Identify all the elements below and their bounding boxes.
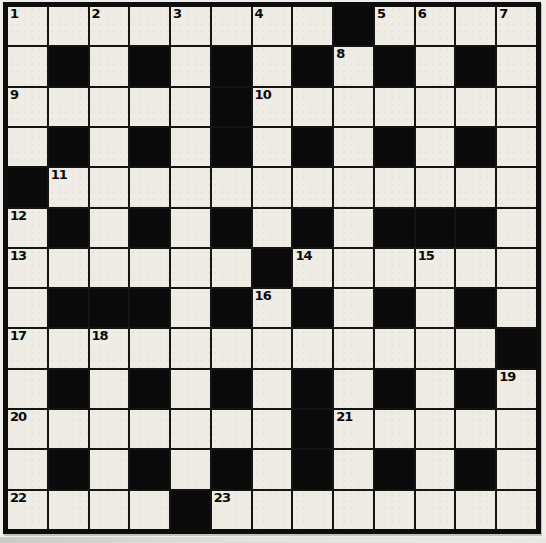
block-cell-r11c5 — [212, 450, 251, 488]
clue-number-20: 20 — [10, 410, 26, 424]
clue-number-10: 10 — [255, 88, 271, 102]
cell-r6c8[interactable] — [334, 249, 373, 287]
clue-number-23: 23 — [214, 491, 230, 505]
cell-r2c8[interactable] — [334, 88, 373, 126]
block-cell-r7c1 — [49, 289, 88, 327]
cell-r10c10[interactable] — [416, 410, 455, 448]
cell-r0c11[interactable] — [456, 7, 495, 45]
block-cell-r7c9 — [375, 289, 414, 327]
cell-r3c10[interactable] — [416, 128, 455, 166]
clue-number-15: 15 — [418, 249, 434, 263]
cell-r8c10[interactable] — [416, 329, 455, 367]
cell-r0c1[interactable] — [49, 7, 88, 45]
cell-r8c4[interactable] — [171, 329, 210, 367]
block-cell-r4c0 — [8, 168, 47, 206]
block-cell-r5c5 — [212, 209, 251, 247]
cell-r12c3[interactable] — [130, 491, 169, 529]
cell-r9c12[interactable]: 19 — [497, 370, 536, 408]
cell-r0c0[interactable]: 1 — [8, 7, 47, 45]
cell-r9c2[interactable] — [90, 370, 129, 408]
cell-r5c8[interactable] — [334, 209, 373, 247]
cell-r1c2[interactable] — [90, 47, 129, 85]
cell-r3c2[interactable] — [90, 128, 129, 166]
block-cell-r1c5 — [212, 47, 251, 85]
cell-r3c12[interactable] — [497, 128, 536, 166]
clue-number-9: 9 — [10, 88, 18, 102]
cell-r4c7[interactable] — [293, 168, 332, 206]
cell-r1c0[interactable] — [8, 47, 47, 85]
cell-r4c5[interactable] — [212, 168, 251, 206]
block-cell-r9c7 — [293, 370, 332, 408]
clue-number-8: 8 — [336, 47, 344, 61]
block-cell-r1c1 — [49, 47, 88, 85]
block-cell-r11c1 — [49, 450, 88, 488]
cell-r12c9[interactable] — [375, 491, 414, 529]
block-cell-r8c12 — [497, 329, 536, 367]
cell-r12c1[interactable] — [49, 491, 88, 529]
cell-r2c9[interactable] — [375, 88, 414, 126]
block-cell-r1c3 — [130, 47, 169, 85]
block-cell-r5c9 — [375, 209, 414, 247]
cell-r10c8[interactable]: 21 — [334, 410, 373, 448]
cell-r5c0[interactable]: 12 — [8, 209, 47, 247]
cell-r6c7[interactable]: 14 — [293, 249, 332, 287]
cell-r10c3[interactable] — [130, 410, 169, 448]
cell-r12c12[interactable] — [497, 491, 536, 529]
cell-r10c12[interactable] — [497, 410, 536, 448]
cell-r8c0[interactable]: 17 — [8, 329, 47, 367]
block-cell-r9c11 — [456, 370, 495, 408]
cell-r11c12[interactable] — [497, 450, 536, 488]
cell-r3c4[interactable] — [171, 128, 210, 166]
cell-r9c6[interactable] — [253, 370, 292, 408]
block-cell-r2c5 — [212, 88, 251, 126]
clue-number-2: 2 — [92, 7, 100, 21]
cell-r8c3[interactable] — [130, 329, 169, 367]
cell-r6c0[interactable]: 13 — [8, 249, 47, 287]
cell-r4c6[interactable] — [253, 168, 292, 206]
cell-r4c3[interactable] — [130, 168, 169, 206]
block-cell-r11c11 — [456, 450, 495, 488]
cell-r6c4[interactable] — [171, 249, 210, 287]
cell-r9c0[interactable] — [8, 370, 47, 408]
cell-r9c8[interactable] — [334, 370, 373, 408]
cell-r0c10[interactable]: 6 — [416, 7, 455, 45]
cell-r12c8[interactable] — [334, 491, 373, 529]
block-cell-r6c6 — [253, 249, 292, 287]
cell-r2c6[interactable]: 10 — [253, 88, 292, 126]
block-cell-r3c1 — [49, 128, 88, 166]
cell-r2c3[interactable] — [130, 88, 169, 126]
cell-r4c8[interactable] — [334, 168, 373, 206]
block-cell-r3c3 — [130, 128, 169, 166]
cell-r6c1[interactable] — [49, 249, 88, 287]
clue-number-19: 19 — [499, 370, 515, 384]
cell-r10c0[interactable]: 20 — [8, 410, 47, 448]
block-cell-r1c9 — [375, 47, 414, 85]
block-cell-r7c7 — [293, 289, 332, 327]
cell-r1c4[interactable] — [171, 47, 210, 85]
cell-r11c0[interactable] — [8, 450, 47, 488]
cell-r2c4[interactable] — [171, 88, 210, 126]
cell-r12c11[interactable] — [456, 491, 495, 529]
block-cell-r3c11 — [456, 128, 495, 166]
cell-r0c3[interactable] — [130, 7, 169, 45]
cell-r11c4[interactable] — [171, 450, 210, 488]
clue-number-16: 16 — [255, 289, 271, 303]
clue-number-22: 22 — [10, 491, 26, 505]
cell-r6c2[interactable] — [90, 249, 129, 287]
block-cell-r3c5 — [212, 128, 251, 166]
block-cell-r9c1 — [49, 370, 88, 408]
clue-number-21: 21 — [336, 410, 352, 424]
clue-number-18: 18 — [92, 329, 108, 343]
cell-r11c2[interactable] — [90, 450, 129, 488]
cell-r4c2[interactable] — [90, 168, 129, 206]
clue-number-1: 1 — [10, 7, 18, 21]
cell-r12c6[interactable] — [253, 491, 292, 529]
clue-number-6: 6 — [418, 7, 426, 21]
cell-r5c6[interactable] — [253, 209, 292, 247]
cell-r1c6[interactable] — [253, 47, 292, 85]
block-cell-r0c8 — [334, 7, 373, 45]
cell-r10c9[interactable] — [375, 410, 414, 448]
clue-number-17: 17 — [10, 329, 26, 343]
block-cell-r1c11 — [456, 47, 495, 85]
cell-r5c12[interactable] — [497, 209, 536, 247]
cell-r8c5[interactable] — [212, 329, 251, 367]
cell-r10c2[interactable] — [90, 410, 129, 448]
cell-r1c12[interactable] — [497, 47, 536, 85]
cell-r6c10[interactable]: 15 — [416, 249, 455, 287]
cell-r8c9[interactable] — [375, 329, 414, 367]
cell-r5c4[interactable] — [171, 209, 210, 247]
cell-r6c5[interactable] — [212, 249, 251, 287]
cell-r8c11[interactable] — [456, 329, 495, 367]
cell-r6c11[interactable] — [456, 249, 495, 287]
cell-r8c8[interactable] — [334, 329, 373, 367]
cell-r6c12[interactable] — [497, 249, 536, 287]
block-cell-r7c5 — [212, 289, 251, 327]
clue-number-12: 12 — [10, 209, 26, 223]
cell-r2c2[interactable] — [90, 88, 129, 126]
block-cell-r12c4 — [171, 491, 210, 529]
cell-r8c7[interactable] — [293, 329, 332, 367]
cell-r12c0[interactable]: 22 — [8, 491, 47, 529]
cell-r7c10[interactable] — [416, 289, 455, 327]
cell-r12c7[interactable] — [293, 491, 332, 529]
block-cell-r7c11 — [456, 289, 495, 327]
cell-r10c11[interactable] — [456, 410, 495, 448]
clue-number-3: 3 — [173, 7, 181, 21]
clue-number-14: 14 — [295, 249, 311, 263]
cell-r2c11[interactable] — [456, 88, 495, 126]
cell-r2c0[interactable]: 9 — [8, 88, 47, 126]
cell-r1c10[interactable] — [416, 47, 455, 85]
cell-r9c10[interactable] — [416, 370, 455, 408]
block-cell-r3c7 — [293, 128, 332, 166]
cell-r3c8[interactable] — [334, 128, 373, 166]
scanned-crossword-page: 1234567891011121314151617181920212223 — [0, 0, 546, 543]
cell-r7c4[interactable] — [171, 289, 210, 327]
clue-number-11: 11 — [51, 168, 67, 182]
clue-number-5: 5 — [377, 7, 385, 21]
cell-r10c5[interactable] — [212, 410, 251, 448]
cell-r7c0[interactable] — [8, 289, 47, 327]
cell-r11c8[interactable] — [334, 450, 373, 488]
cell-r4c9[interactable] — [375, 168, 414, 206]
clue-number-13: 13 — [10, 249, 26, 263]
block-cell-r5c7 — [293, 209, 332, 247]
cell-r12c2[interactable] — [90, 491, 129, 529]
block-cell-r5c11 — [456, 209, 495, 247]
cell-r8c2[interactable]: 18 — [90, 329, 129, 367]
block-cell-r10c7 — [293, 410, 332, 448]
block-cell-r3c9 — [375, 128, 414, 166]
block-cell-r5c3 — [130, 209, 169, 247]
cell-r7c6[interactable]: 16 — [253, 289, 292, 327]
cell-r3c0[interactable] — [8, 128, 47, 166]
clue-number-7: 7 — [499, 7, 507, 21]
cell-r0c4[interactable]: 3 — [171, 7, 210, 45]
cell-r2c10[interactable] — [416, 88, 455, 126]
crossword-grid: 1234567891011121314151617181920212223 — [3, 2, 541, 534]
cell-r4c10[interactable] — [416, 168, 455, 206]
cell-r8c1[interactable] — [49, 329, 88, 367]
block-cell-r5c1 — [49, 209, 88, 247]
cell-r4c12[interactable] — [497, 168, 536, 206]
cell-r0c7[interactable] — [293, 7, 332, 45]
cell-r4c11[interactable] — [456, 168, 495, 206]
cell-r6c9[interactable] — [375, 249, 414, 287]
block-cell-r9c5 — [212, 370, 251, 408]
cell-r5c2[interactable] — [90, 209, 129, 247]
cell-r10c4[interactable] — [171, 410, 210, 448]
cell-r11c10[interactable] — [416, 450, 455, 488]
clue-number-4: 4 — [255, 7, 263, 21]
cell-r0c2[interactable]: 2 — [90, 7, 129, 45]
cell-r4c4[interactable] — [171, 168, 210, 206]
cell-r3c6[interactable] — [253, 128, 292, 166]
cell-r6c3[interactable] — [130, 249, 169, 287]
cell-r0c9[interactable]: 5 — [375, 7, 414, 45]
block-cell-r9c3 — [130, 370, 169, 408]
cell-r10c6[interactable] — [253, 410, 292, 448]
cell-r9c4[interactable] — [171, 370, 210, 408]
cell-r2c7[interactable] — [293, 88, 332, 126]
cell-r2c12[interactable] — [497, 88, 536, 126]
cell-r12c5[interactable]: 23 — [212, 491, 251, 529]
cell-r0c12[interactable]: 7 — [497, 7, 536, 45]
block-cell-r9c9 — [375, 370, 414, 408]
cell-r11c6[interactable] — [253, 450, 292, 488]
block-cell-r11c3 — [130, 450, 169, 488]
block-cell-r7c3 — [130, 289, 169, 327]
cell-r7c12[interactable] — [497, 289, 536, 327]
cell-r12c10[interactable] — [416, 491, 455, 529]
cell-r10c1[interactable] — [49, 410, 88, 448]
block-cell-r11c9 — [375, 450, 414, 488]
block-cell-r1c7 — [293, 47, 332, 85]
cell-r4c1[interactable]: 11 — [49, 168, 88, 206]
cell-r0c5[interactable] — [212, 7, 251, 45]
cell-r7c8[interactable] — [334, 289, 373, 327]
cell-r0c6[interactable]: 4 — [253, 7, 292, 45]
cell-r2c1[interactable] — [49, 88, 88, 126]
block-cell-r7c2 — [90, 289, 129, 327]
block-cell-r5c10 — [416, 209, 455, 247]
cell-r1c8[interactable]: 8 — [334, 47, 373, 85]
block-cell-r11c7 — [293, 450, 332, 488]
cell-r8c6[interactable] — [253, 329, 292, 367]
